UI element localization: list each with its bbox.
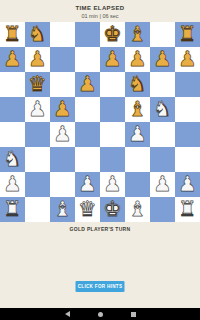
square-b3[interactable]: [25, 147, 50, 172]
square-b5[interactable]: ♟: [25, 97, 50, 122]
gold-pawn: ♟: [178, 47, 197, 72]
square-f6[interactable]: ♞: [125, 72, 150, 97]
square-c6[interactable]: [50, 72, 75, 97]
silver-rook: ♜: [178, 197, 197, 222]
square-c1[interactable]: ♝: [50, 197, 75, 222]
silver-rook: ♜: [3, 197, 22, 222]
square-b4[interactable]: [25, 122, 50, 147]
silver-pawn: ♟: [53, 122, 72, 147]
silver-knight: ♞: [3, 147, 22, 172]
square-g4[interactable]: [150, 122, 175, 147]
square-h8[interactable]: ♜: [175, 22, 200, 47]
silver-pawn: ♟: [153, 172, 172, 197]
square-g1[interactable]: [150, 197, 175, 222]
square-h4[interactable]: [175, 122, 200, 147]
back-icon[interactable]: [65, 311, 70, 317]
gold-knight: ♞: [128, 72, 147, 97]
gold-pawn: ♟: [103, 47, 122, 72]
silver-pawn: ♟: [3, 172, 22, 197]
square-b2[interactable]: [25, 172, 50, 197]
square-e7[interactable]: ♟: [100, 47, 125, 72]
recents-icon[interactable]: [131, 312, 136, 317]
square-a8[interactable]: ♜: [0, 22, 25, 47]
square-f1[interactable]: ♝: [125, 197, 150, 222]
silver-bishop: ♝: [128, 197, 147, 222]
gold-bishop: ♝: [128, 22, 147, 47]
gold-pawn: ♟: [153, 47, 172, 72]
timer-header: TIME ELAPSED 01 min | 06 sec: [0, 5, 200, 19]
square-h5[interactable]: [175, 97, 200, 122]
square-f4[interactable]: ♟: [125, 122, 150, 147]
square-g7[interactable]: ♟: [150, 47, 175, 72]
square-h7[interactable]: ♟: [175, 47, 200, 72]
silver-king: ♚: [103, 197, 122, 222]
square-a2[interactable]: ♟: [0, 172, 25, 197]
gold-pawn: ♟: [53, 97, 72, 122]
gold-bishop: ♝: [128, 97, 147, 122]
square-e8[interactable]: ♚: [100, 22, 125, 47]
turn-indicator: GOLD PLAYER'S TURN: [0, 226, 200, 232]
square-d3[interactable]: [75, 147, 100, 172]
gold-king: ♚: [103, 22, 122, 47]
square-a4[interactable]: [0, 122, 25, 147]
square-h2[interactable]: ♟: [175, 172, 200, 197]
square-f2[interactable]: [125, 172, 150, 197]
square-b7[interactable]: ♟: [25, 47, 50, 72]
square-g8[interactable]: [150, 22, 175, 47]
gold-rook: ♜: [178, 22, 197, 47]
square-c8[interactable]: [50, 22, 75, 47]
square-c3[interactable]: [50, 147, 75, 172]
square-c7[interactable]: [50, 47, 75, 72]
square-g2[interactable]: ♟: [150, 172, 175, 197]
square-b8[interactable]: ♞: [25, 22, 50, 47]
square-e5[interactable]: [100, 97, 125, 122]
silver-queen: ♛: [78, 197, 97, 222]
square-d2[interactable]: ♟: [75, 172, 100, 197]
hint-button[interactable]: CLICK FOR HINTS: [76, 281, 125, 292]
square-d5[interactable]: [75, 97, 100, 122]
square-e1[interactable]: ♚: [100, 197, 125, 222]
gold-queen: ♛: [28, 72, 47, 97]
silver-pawn: ♟: [178, 172, 197, 197]
gold-pawn: ♟: [78, 72, 97, 97]
silver-pawn: ♟: [78, 172, 97, 197]
square-a7[interactable]: ♟: [0, 47, 25, 72]
silver-knight: ♞: [153, 97, 172, 122]
home-icon[interactable]: [98, 312, 103, 317]
square-g5[interactable]: ♞: [150, 97, 175, 122]
square-f3[interactable]: [125, 147, 150, 172]
app-screen: TIME ELAPSED 01 min | 06 sec ♜♞♚♝♜♟♟♟♟♟♟…: [0, 0, 200, 320]
square-g6[interactable]: [150, 72, 175, 97]
square-b6[interactable]: ♛: [25, 72, 50, 97]
square-f7[interactable]: ♟: [125, 47, 150, 72]
square-h3[interactable]: [175, 147, 200, 172]
gold-pawn: ♟: [3, 47, 22, 72]
square-a1[interactable]: ♜: [0, 197, 25, 222]
square-d4[interactable]: [75, 122, 100, 147]
square-c5[interactable]: ♟: [50, 97, 75, 122]
square-a3[interactable]: ♞: [0, 147, 25, 172]
chess-board: ♜♞♚♝♜♟♟♟♟♟♟♛♟♞♟♟♝♞♟♟♞♟♟♟♟♟♜♝♛♚♝♜: [0, 22, 200, 222]
square-e2[interactable]: ♟: [100, 172, 125, 197]
square-e4[interactable]: [100, 122, 125, 147]
time-value: 01 min | 06 sec: [0, 13, 200, 19]
square-g3[interactable]: [150, 147, 175, 172]
square-d6[interactable]: ♟: [75, 72, 100, 97]
square-d7[interactable]: [75, 47, 100, 72]
square-f5[interactable]: ♝: [125, 97, 150, 122]
square-c2[interactable]: [50, 172, 75, 197]
square-e3[interactable]: [100, 147, 125, 172]
gold-knight: ♞: [28, 22, 47, 47]
gold-rook: ♜: [3, 22, 22, 47]
square-b1[interactable]: [25, 197, 50, 222]
square-d1[interactable]: ♛: [75, 197, 100, 222]
square-d8[interactable]: [75, 22, 100, 47]
square-e6[interactable]: [100, 72, 125, 97]
square-a5[interactable]: [0, 97, 25, 122]
android-nav-bar: [0, 308, 200, 320]
silver-pawn: ♟: [103, 172, 122, 197]
silver-pawn: ♟: [128, 122, 147, 147]
time-elapsed-label: TIME ELAPSED: [0, 5, 200, 11]
square-a6[interactable]: [0, 72, 25, 97]
square-c4[interactable]: ♟: [50, 122, 75, 147]
silver-pawn: ♟: [28, 97, 47, 122]
square-f8[interactable]: ♝: [125, 22, 150, 47]
gold-pawn: ♟: [28, 47, 47, 72]
gold-pawn: ♟: [128, 47, 147, 72]
silver-bishop: ♝: [53, 197, 72, 222]
square-h6[interactable]: [175, 72, 200, 97]
square-h1[interactable]: ♜: [175, 197, 200, 222]
